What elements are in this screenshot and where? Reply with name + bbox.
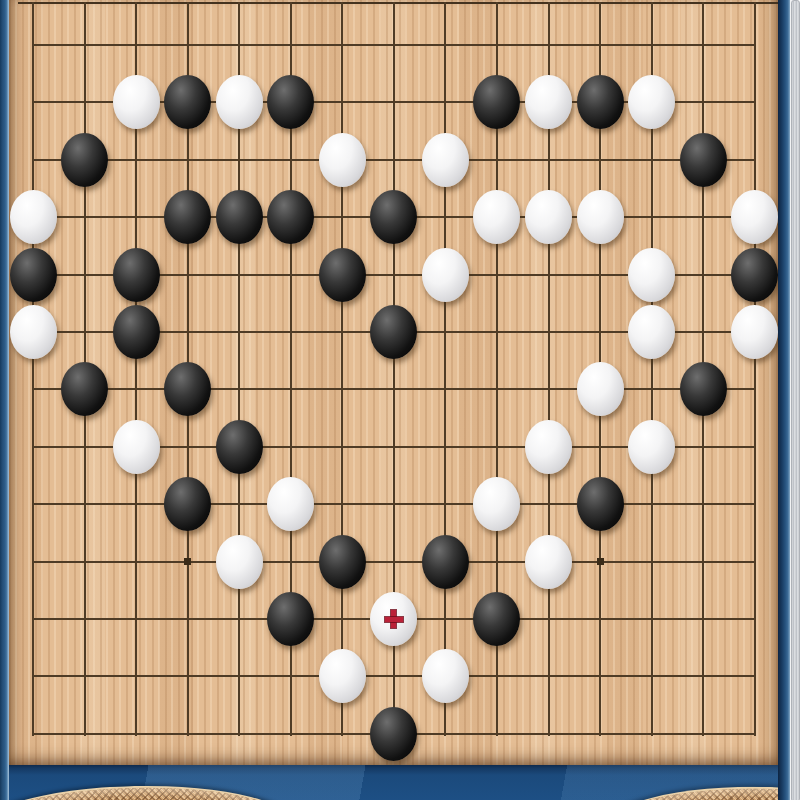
black-stone xyxy=(680,133,727,187)
white-stone xyxy=(731,190,778,244)
black-stone xyxy=(113,248,160,302)
black-stone xyxy=(473,592,520,646)
white-stone xyxy=(731,305,778,359)
white-stone xyxy=(525,75,572,129)
white-stone xyxy=(113,420,160,474)
scrollbar-thumb[interactable] xyxy=(791,0,800,800)
white-stone xyxy=(628,305,675,359)
white-stone xyxy=(628,248,675,302)
grid-line-vertical xyxy=(754,2,756,736)
star-point xyxy=(184,558,191,565)
white-stone xyxy=(628,420,675,474)
black-stone xyxy=(164,75,211,129)
white-stone xyxy=(319,133,366,187)
scrollbar[interactable] xyxy=(790,0,800,800)
board-top-border xyxy=(18,2,787,4)
white-stone xyxy=(473,190,520,244)
grid-line-vertical xyxy=(32,2,34,736)
black-stone xyxy=(267,75,314,129)
white-stone xyxy=(473,477,520,531)
grid-line-horizontal xyxy=(32,503,756,505)
white-stone xyxy=(216,535,263,589)
grid-line-horizontal xyxy=(32,675,756,677)
window-left-frame xyxy=(0,0,9,800)
black-stone xyxy=(370,190,417,244)
white-stone xyxy=(113,75,160,129)
black-stone xyxy=(216,420,263,474)
black-stone xyxy=(61,362,108,416)
black-stone xyxy=(164,477,211,531)
star-point xyxy=(597,558,604,565)
black-stone xyxy=(61,133,108,187)
white-stone xyxy=(319,649,366,703)
black-stone xyxy=(267,592,314,646)
white-stone xyxy=(577,362,624,416)
white-stone xyxy=(267,477,314,531)
grid-line-horizontal xyxy=(32,388,756,390)
white-stone xyxy=(422,133,469,187)
go-app-window xyxy=(0,0,800,800)
black-stone xyxy=(164,190,211,244)
black-stone xyxy=(10,248,57,302)
black-stone xyxy=(319,535,366,589)
grid-line-horizontal xyxy=(32,44,756,46)
white-stone xyxy=(10,190,57,244)
grid-line-vertical xyxy=(341,2,343,736)
black-stone xyxy=(473,75,520,129)
black-stone xyxy=(113,305,160,359)
black-stone xyxy=(680,362,727,416)
white-stone xyxy=(525,190,572,244)
black-stone xyxy=(422,535,469,589)
window-right-frame xyxy=(778,0,790,800)
white-stone xyxy=(422,248,469,302)
black-stone xyxy=(216,190,263,244)
black-stone xyxy=(577,477,624,531)
last-move-marker xyxy=(385,610,403,628)
white-stone xyxy=(216,75,263,129)
white-stone xyxy=(628,75,675,129)
grid-line-horizontal xyxy=(32,561,756,563)
black-stone xyxy=(319,248,366,302)
black-stone xyxy=(370,305,417,359)
black-stone xyxy=(267,190,314,244)
black-stone xyxy=(577,75,624,129)
grid-line-vertical xyxy=(444,2,446,736)
go-board[interactable] xyxy=(9,0,778,765)
white-stone xyxy=(10,305,57,359)
black-stone xyxy=(370,707,417,761)
white-stone xyxy=(525,420,572,474)
grid-line-horizontal xyxy=(32,159,756,161)
black-stone xyxy=(731,248,778,302)
white-stone xyxy=(525,535,572,589)
black-stone xyxy=(164,362,211,416)
white-stone xyxy=(422,649,469,703)
white-stone xyxy=(577,190,624,244)
